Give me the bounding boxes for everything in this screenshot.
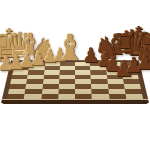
black-bishop: ♝ xyxy=(103,31,128,59)
chess-set-photo: ♜♚♛♝♞♟♟♟♟♟♟♝♚♛♜♜♝♞♞♟♟♟♟♟♟ xyxy=(0,0,150,150)
board-squares xyxy=(7,62,143,99)
black-knight-kingside: ♞ xyxy=(94,34,121,64)
black-rook-queenside: ♜ xyxy=(137,38,150,64)
black-queen: ♛ xyxy=(117,26,147,59)
black-king: ♚ xyxy=(121,21,150,61)
board-side-edge xyxy=(2,100,148,104)
chess-board xyxy=(1,60,149,103)
white-queen: ♛ xyxy=(5,28,35,62)
white-bishop-queenside: ♝ xyxy=(17,30,44,60)
white-king: ♚ xyxy=(0,23,27,63)
black-rook-kingside: ♜ xyxy=(113,30,136,56)
